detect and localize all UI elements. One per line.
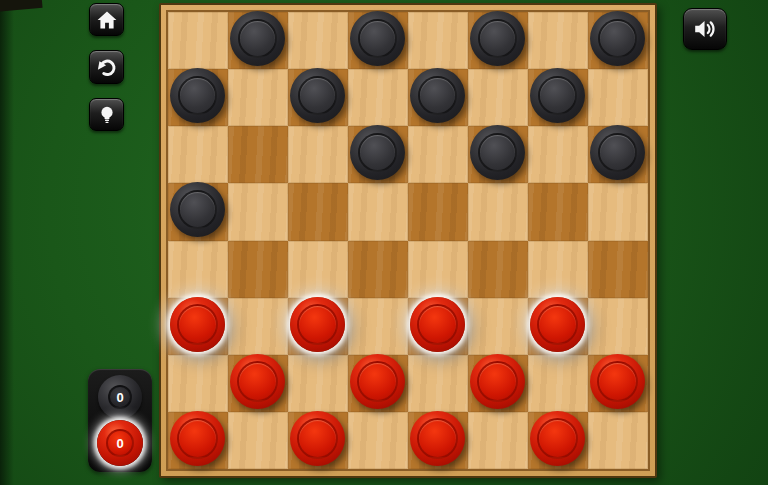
square-r6c2 — [288, 355, 348, 412]
square-r3c2[interactable] — [288, 183, 348, 240]
square-r6c0 — [168, 355, 228, 412]
square-r1c2[interactable] — [288, 69, 348, 126]
square-r1c3 — [348, 69, 408, 126]
black-score-chip: 0 — [98, 375, 142, 419]
clipped-corner-panel — [0, 0, 43, 12]
black-checker-r0c3[interactable] — [350, 11, 405, 66]
home-icon — [95, 8, 119, 32]
square-r3c1 — [228, 183, 288, 240]
home-button[interactable] — [89, 3, 124, 36]
game-canvas: 0 0 — [0, 0, 768, 485]
black-checker-r1c2[interactable] — [290, 68, 345, 123]
lightbulb-icon — [95, 103, 119, 127]
square-r7c5 — [468, 412, 528, 469]
square-r4c2 — [288, 241, 348, 298]
red-checker-r5c4[interactable] — [410, 297, 465, 352]
square-r3c3 — [348, 183, 408, 240]
square-r7c7 — [588, 412, 648, 469]
board — [159, 3, 657, 478]
black-captured-count: 0 — [116, 391, 123, 404]
square-r2c2 — [288, 126, 348, 183]
speaker-icon — [691, 15, 719, 43]
square-r2c4 — [408, 126, 468, 183]
black-checker-r0c5[interactable] — [470, 11, 525, 66]
black-checker-r1c6[interactable] — [530, 68, 585, 123]
square-r5c2[interactable] — [288, 298, 348, 355]
red-checker-r7c4[interactable] — [410, 411, 465, 466]
square-r4c3[interactable] — [348, 241, 408, 298]
square-r1c6[interactable] — [528, 69, 588, 126]
square-r0c0 — [168, 12, 228, 69]
red-checker-r6c3[interactable] — [350, 354, 405, 409]
board-grid — [166, 10, 650, 471]
square-r2c7[interactable] — [588, 126, 648, 183]
black-checker-r2c3[interactable] — [350, 125, 405, 180]
square-r4c7[interactable] — [588, 241, 648, 298]
red-checker-r6c7[interactable] — [590, 354, 645, 409]
square-r5c6[interactable] — [528, 298, 588, 355]
square-r2c6 — [528, 126, 588, 183]
square-r0c4 — [408, 12, 468, 69]
square-r7c6[interactable] — [528, 412, 588, 469]
square-r3c7 — [588, 183, 648, 240]
square-r0c5[interactable] — [468, 12, 528, 69]
square-r4c5[interactable] — [468, 241, 528, 298]
square-r6c5[interactable] — [468, 355, 528, 412]
red-checker-r7c2[interactable] — [290, 411, 345, 466]
square-r0c2 — [288, 12, 348, 69]
black-checker-r2c5[interactable] — [470, 125, 525, 180]
sound-button[interactable] — [683, 8, 727, 50]
red-checker-r7c6[interactable] — [530, 411, 585, 466]
square-r1c1 — [228, 69, 288, 126]
square-r1c7 — [588, 69, 648, 126]
square-r5c0[interactable] — [168, 298, 228, 355]
square-r4c4 — [408, 241, 468, 298]
red-captured-count: 0 — [116, 437, 123, 450]
square-r7c4[interactable] — [408, 412, 468, 469]
black-checker-r1c4[interactable] — [410, 68, 465, 123]
red-checker-r6c5[interactable] — [470, 354, 525, 409]
red-checker-r5c0[interactable] — [170, 297, 225, 352]
red-checker-r7c0[interactable] — [170, 411, 225, 466]
undo-icon — [94, 54, 120, 80]
square-r5c3 — [348, 298, 408, 355]
square-r2c3[interactable] — [348, 126, 408, 183]
square-r0c3[interactable] — [348, 12, 408, 69]
black-checker-r2c7[interactable] — [590, 125, 645, 180]
square-r3c4[interactable] — [408, 183, 468, 240]
square-r0c1[interactable] — [228, 12, 288, 69]
square-r2c0 — [168, 126, 228, 183]
square-r6c1[interactable] — [228, 355, 288, 412]
square-r6c4 — [408, 355, 468, 412]
square-r6c6 — [528, 355, 588, 412]
square-r2c5[interactable] — [468, 126, 528, 183]
square-r1c5 — [468, 69, 528, 126]
red-checker-r5c6[interactable] — [530, 297, 585, 352]
score-panel: 0 0 — [88, 369, 152, 472]
black-checker-r3c0[interactable] — [170, 182, 225, 237]
square-r7c0[interactable] — [168, 412, 228, 469]
undo-button[interactable] — [89, 50, 124, 84]
square-r3c6[interactable] — [528, 183, 588, 240]
square-r5c7 — [588, 298, 648, 355]
square-r5c5 — [468, 298, 528, 355]
square-r2c1[interactable] — [228, 126, 288, 183]
black-checker-r0c7[interactable] — [590, 11, 645, 66]
square-r6c3[interactable] — [348, 355, 408, 412]
square-r5c1 — [228, 298, 288, 355]
square-r3c0[interactable] — [168, 183, 228, 240]
square-r3c5 — [468, 183, 528, 240]
square-r7c1 — [228, 412, 288, 469]
square-r7c2[interactable] — [288, 412, 348, 469]
hint-button[interactable] — [89, 98, 124, 131]
square-r1c4[interactable] — [408, 69, 468, 126]
black-checker-r0c1[interactable] — [230, 11, 285, 66]
red-checker-r6c1[interactable] — [230, 354, 285, 409]
red-score-chip: 0 — [97, 420, 143, 466]
square-r4c1[interactable] — [228, 241, 288, 298]
black-checker-r1c0[interactable] — [170, 68, 225, 123]
square-r5c4[interactable] — [408, 298, 468, 355]
red-checker-r5c2[interactable] — [290, 297, 345, 352]
square-r1c0[interactable] — [168, 69, 228, 126]
square-r0c6 — [528, 12, 588, 69]
square-r0c7[interactable] — [588, 12, 648, 69]
square-r7c3 — [348, 412, 408, 469]
square-r4c6 — [528, 241, 588, 298]
square-r4c0 — [168, 241, 228, 298]
square-r6c7[interactable] — [588, 355, 648, 412]
